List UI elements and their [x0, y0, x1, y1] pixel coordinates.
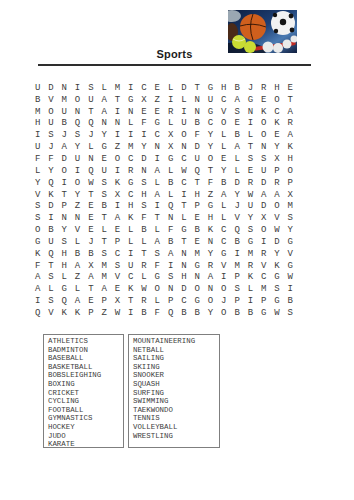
grid-cell-r13c13: B [191, 224, 204, 236]
word-item: SAILING [133, 354, 219, 363]
grid-cell-r16c16: M [230, 260, 243, 272]
grid-cell-r19c14: O [204, 295, 217, 307]
grid-cell-r2c4: O [71, 94, 84, 106]
grid-cell-r10c20: X [284, 189, 297, 201]
grid-cell-r17c6: M [97, 272, 110, 284]
grid-cell-r12c2: I [44, 212, 57, 224]
basketball-icon [240, 14, 266, 40]
grid-cell-r12c5: E [84, 212, 97, 224]
grid-cell-r17c2: S [44, 272, 57, 284]
grid-cell-r9c13: T [191, 177, 204, 189]
grid-cell-r9c4: O [71, 177, 84, 189]
grid-cell-r16c10: F [151, 260, 164, 272]
grid-cell-r17c20: W [284, 272, 297, 284]
grid-cell-r3c16: S [230, 106, 243, 118]
grid-cell-r7c14: O [204, 153, 217, 165]
grid-cell-r13c5: E [84, 224, 97, 236]
grid-cell-r9c1: Y [31, 177, 44, 189]
grid-cell-r13c17: S [244, 224, 257, 236]
grid-cell-r20c15: O [217, 307, 230, 319]
grid-cell-r4c15: O [217, 118, 230, 130]
grid-cell-r2c1: B [31, 94, 44, 106]
grid-cell-r19c9: R [137, 295, 150, 307]
grid-cell-r12c7: A [111, 212, 124, 224]
grid-cell-r1c8: I [124, 82, 137, 94]
grid-cell-r2c5: U [84, 94, 97, 106]
grid-cell-r10c7: X [111, 189, 124, 201]
grid-cell-r1c15: H [217, 82, 230, 94]
grid-cell-r12c18: X [257, 212, 270, 224]
grid-cell-r19c3: Q [58, 295, 71, 307]
grid-cell-r8c6: U [97, 165, 110, 177]
grid-cell-r17c16: P [230, 272, 243, 284]
grid-cell-r1c11: L [164, 82, 177, 94]
grid-cell-r8c16: L [230, 165, 243, 177]
grid-cell-r11c8: H [124, 200, 137, 212]
grid-cell-r3c7: I [111, 106, 124, 118]
grid-cell-r11c19: O [270, 200, 283, 212]
grid-cell-r5c15: L [217, 129, 230, 141]
soccer-patch [289, 14, 294, 19]
grid-cell-r6c19: Y [270, 141, 283, 153]
grid-cell-r10c4: Y [71, 189, 84, 201]
grid-cell-r15c7: C [111, 248, 124, 260]
grid-cell-r8c11: L [164, 165, 177, 177]
grid-cell-r5c8: I [124, 129, 137, 141]
grid-cell-r2c11: I [164, 94, 177, 106]
grid-cell-r6c14: Y [204, 141, 217, 153]
grid-cell-r14c4: L [71, 236, 84, 248]
grid-cell-r18c10: O [151, 283, 164, 295]
grid-cell-r19c2: S [44, 295, 57, 307]
grid-cell-r11c1: S [31, 200, 44, 212]
grid-cell-r18c4: L [71, 283, 84, 295]
grid-cell-r10c18: A [257, 189, 270, 201]
grid-cell-r11c12: T [177, 200, 190, 212]
grid-cell-r6c7: Z [111, 141, 124, 153]
grid-cell-r7c15: E [217, 153, 230, 165]
word-item: SURFING [133, 389, 219, 398]
soccer-patch [290, 28, 295, 33]
grid-cell-r13c15: C [217, 224, 230, 236]
grid-cell-r5c16: B [230, 129, 243, 141]
grid-cell-r1c19: H [270, 82, 283, 94]
word-item: SNOOKER [133, 371, 219, 380]
grid-cell-r4c11: L [164, 118, 177, 130]
grid-cell-r16c4: A [71, 260, 84, 272]
grid-cell-r2c3: M [58, 94, 71, 106]
grid-cell-r3c6: A [97, 106, 110, 118]
grid-cell-r6c4: Y [71, 141, 84, 153]
grid-cell-r6c17: T [244, 141, 257, 153]
grid-cell-r1c9: C [137, 82, 150, 94]
grid-cell-r2c14: U [204, 94, 217, 106]
grid-cell-r7c9: D [137, 153, 150, 165]
grid-cell-r19c11: P [164, 295, 177, 307]
grid-cell-r1c4: I [71, 82, 84, 94]
grid-cell-r9c19: R [270, 177, 283, 189]
grid-cell-r20c8: I [124, 307, 137, 319]
grid-cell-r17c13: N [191, 272, 204, 284]
grid-cell-r4c13: B [191, 118, 204, 130]
grid-cell-r8c3: O [58, 165, 71, 177]
grid-cell-r16c7: S [111, 260, 124, 272]
grid-cell-r5c12: O [177, 129, 190, 141]
grid-cell-r20c18: G [257, 307, 270, 319]
grid-cell-r2c17: G [244, 94, 257, 106]
grid-cell-r14c15: C [217, 236, 230, 248]
grid-cell-r19c1: I [31, 295, 44, 307]
grid-cell-r10c11: L [164, 189, 177, 201]
grid-cell-r19c20: B [284, 295, 297, 307]
grid-cell-r14c2: U [44, 236, 57, 248]
word-item: BASEBALL [48, 354, 123, 363]
grid-cell-r3c14: G [204, 106, 217, 118]
grid-cell-r4c6: N [97, 118, 110, 130]
grid-cell-r11c4: Z [71, 200, 84, 212]
grid-cell-r7c3: D [58, 153, 71, 165]
grid-cell-r18c12: D [177, 283, 190, 295]
word-item: VOLLEYBALL [133, 423, 219, 432]
grid-cell-r15c17: M [244, 248, 257, 260]
grid-cell-r5c9: I [137, 129, 150, 141]
grid-cell-r9c9: S [137, 177, 150, 189]
grid-cell-r17c5: A [84, 272, 97, 284]
grid-cell-r20c1: Q [31, 307, 44, 319]
grid-cell-r8c10: A [151, 165, 164, 177]
grid-cell-r2c9: X [137, 94, 150, 106]
grid-cell-r15c3: H [58, 248, 71, 260]
grid-cell-r9c12: C [177, 177, 190, 189]
word-item: TENNIS [133, 414, 219, 423]
grid-cell-r18c20: I [284, 283, 297, 295]
grid-cell-r15c18: R [257, 248, 270, 260]
grid-cell-r6c5: L [84, 141, 97, 153]
grid-cell-r6c3: A [58, 141, 71, 153]
word-item: BOXING [48, 380, 123, 389]
grid-cell-r3c8: N [124, 106, 137, 118]
grid-cell-r2c19: O [270, 94, 283, 106]
grid-cell-r9c17: R [244, 177, 257, 189]
grid-cell-r9c15: B [217, 177, 230, 189]
grid-cell-r13c16: Q [230, 224, 243, 236]
grid-cell-r7c17: S [244, 153, 257, 165]
grid-cell-r18c8: K [124, 283, 137, 295]
word-item: ATHLETICS [48, 337, 123, 346]
grid-cell-r2c18: E [257, 94, 270, 106]
grid-cell-r14c7: P [111, 236, 124, 248]
grid-cell-r6c16: A [230, 141, 243, 153]
grid-cell-r6c10: N [151, 141, 164, 153]
grid-cell-r11c18: D [257, 200, 270, 212]
grid-cell-r4c8: L [124, 118, 137, 130]
grid-cell-r4c19: K [270, 118, 283, 130]
grid-cell-r3c18: K [257, 106, 270, 118]
grid-cell-r7c1: F [31, 153, 44, 165]
grid-cell-r12c10: T [151, 212, 164, 224]
grid-cell-r10c13: H [191, 189, 204, 201]
soccer-patch [273, 13, 277, 17]
grid-cell-r8c4: I [71, 165, 84, 177]
grid-cell-r1c1: U [31, 82, 44, 94]
grid-cell-r5c4: S [71, 129, 84, 141]
grid-cell-r2c15: C [217, 94, 230, 106]
grid-cell-r18c18: M [257, 283, 270, 295]
grid-cell-r11c11: Q [164, 200, 177, 212]
grid-cell-r18c7: E [111, 283, 124, 295]
grid-cell-r14c18: I [257, 236, 270, 248]
grid-cell-r8c17: E [244, 165, 257, 177]
grid-cell-r2c13: N [191, 94, 204, 106]
grid-cell-r13c2: B [44, 224, 57, 236]
grid-cell-r19c17: I [244, 295, 257, 307]
grid-cell-r3c4: N [71, 106, 84, 118]
grid-cell-r11c15: L [217, 200, 230, 212]
word-item: SQUASH [133, 380, 219, 389]
grid-cell-r15c5: B [84, 248, 97, 260]
grid-cell-r15c1: K [31, 248, 44, 260]
word-item: GYMNASTICS [48, 414, 123, 423]
grid-cell-r5c3: J [58, 129, 71, 141]
grid-cell-r4c12: U [177, 118, 190, 130]
grid-cell-r8c9: N [137, 165, 150, 177]
grid-cell-r18c14: N [204, 283, 217, 295]
grid-cell-r7c18: S [257, 153, 270, 165]
grid-cell-r8c20: O [284, 165, 297, 177]
grid-cell-r1c10: E [151, 82, 164, 94]
grid-cell-r5c13: F [191, 129, 204, 141]
word-item: SKIING [133, 363, 219, 372]
grid-cell-r16c20: G [284, 260, 297, 272]
grid-cell-r17c17: K [244, 272, 257, 284]
grid-cell-r18c17: L [244, 283, 257, 295]
grid-cell-r10c3: T [58, 189, 71, 201]
word-item: BADMINTON [48, 346, 123, 355]
grid-cell-r13c3: Y [58, 224, 71, 236]
grid-cell-r15c16: I [230, 248, 243, 260]
soccer-patch [280, 19, 286, 25]
grid-cell-r12c1: S [31, 212, 44, 224]
grid-cell-r20c19: W [270, 307, 283, 319]
grid-cell-r19c6: P [97, 295, 110, 307]
grid-cell-r20c17: B [244, 307, 257, 319]
grid-cell-r4c10: G [151, 118, 164, 130]
grid-cell-r14c20: G [284, 236, 297, 248]
grid-cell-r16c19: K [270, 260, 283, 272]
grid-cell-r4c20: R [284, 118, 297, 130]
grid-cell-r17c18: C [257, 272, 270, 284]
grid-cell-r17c11: S [164, 272, 177, 284]
grid-cell-r11c6: B [97, 200, 110, 212]
grid-cell-r19c4: A [71, 295, 84, 307]
grid-cell-r3c11: R [164, 106, 177, 118]
grid-cell-r2c10: Z [151, 94, 164, 106]
grid-cell-r10c5: T [84, 189, 97, 201]
grid-cell-r6c18: N [257, 141, 270, 153]
grid-cell-r17c1: A [31, 272, 44, 284]
grid-cell-r13c14: K [204, 224, 217, 236]
grid-cell-r20c6: Z [97, 307, 110, 319]
word-item: BASKETBALL [48, 363, 123, 372]
grid-cell-r4c4: Q [71, 118, 84, 130]
soccer-patch [274, 29, 278, 33]
grid-cell-r14c19: D [270, 236, 283, 248]
grid-cell-r13c8: L [124, 224, 137, 236]
grid-cell-r5c14: Y [204, 129, 217, 141]
grid-cell-r7c10: I [151, 153, 164, 165]
grid-cell-r6c1: U [31, 141, 44, 153]
grid-cell-r15c10: S [151, 248, 164, 260]
grid-cell-r8c5: Q [84, 165, 97, 177]
word-item: BOBSLEIGHING [48, 371, 123, 380]
grid-cell-r15c14: Y [204, 248, 217, 260]
grid-cell-r2c8: G [124, 94, 137, 106]
grid-cell-r11c16: J [230, 200, 243, 212]
grid-cell-r10c15: A [217, 189, 230, 201]
word-list-right-column: MOUNTAINEERINGNETBALLSAILINGSKIINGSNOOKE… [128, 334, 220, 448]
grid-cell-r13c4: V [71, 224, 84, 236]
grid-cell-r18c3: G [58, 283, 71, 295]
grid-cell-r3c3: U [58, 106, 71, 118]
grid-cell-r1c14: G [204, 82, 217, 94]
grid-cell-r8c2: Y [44, 165, 57, 177]
grid-cell-r8c14: T [204, 165, 217, 177]
grid-cell-r12c9: F [137, 212, 150, 224]
grid-cell-r19c18: P [257, 295, 270, 307]
grid-cell-r20c2: V [44, 307, 57, 319]
grid-cell-r13c6: L [97, 224, 110, 236]
grid-cell-r9c10: L [151, 177, 164, 189]
grid-cell-r17c12: H [177, 272, 190, 284]
grid-cell-r11c14: G [204, 200, 217, 212]
grid-cell-r17c3: L [58, 272, 71, 284]
grid-cell-r4c14: C [204, 118, 217, 130]
grid-cell-r2c16: A [230, 94, 243, 106]
grid-cell-r7c4: U [71, 153, 84, 165]
grid-cell-r12c12: L [177, 212, 190, 224]
word-item: JUDO [48, 432, 123, 441]
grid-cell-r4c3: B [58, 118, 71, 130]
grid-cell-r12c17: Y [244, 212, 257, 224]
grid-cell-r15c11: A [164, 248, 177, 260]
title-underline [38, 64, 311, 66]
grid-cell-r16c5: X [84, 260, 97, 272]
word-item: MOUNTAINEERING [133, 337, 219, 346]
word-item: CYCLING [48, 397, 123, 406]
grid-cell-r11c10: I [151, 200, 164, 212]
grid-cell-r14c10: A [151, 236, 164, 248]
grid-cell-r6c6: G [97, 141, 110, 153]
grid-cell-r2c20: T [284, 94, 297, 106]
grid-cell-r11c5: E [84, 200, 97, 212]
grid-cell-r6c20: K [284, 141, 297, 153]
grid-cell-r12c4: N [71, 212, 84, 224]
grid-cell-r13c12: G [177, 224, 190, 236]
grid-cell-r5c17: L [244, 129, 257, 141]
grid-cell-r14c11: B [164, 236, 177, 248]
grid-cell-r11c3: P [58, 200, 71, 212]
grid-cell-r13c9: B [137, 224, 150, 236]
grid-cell-r18c1: A [31, 283, 44, 295]
grid-cell-r6c2: J [44, 141, 57, 153]
grid-cell-r3c13: N [191, 106, 204, 118]
grid-cell-r18c16: S [230, 283, 243, 295]
word-search-grid: UDNISLMICELDTGHBJRHEBVMOUATGXZILNUCAGEOT… [31, 82, 297, 319]
grid-cell-r8c15: Y [217, 165, 230, 177]
grid-cell-r2c7: T [111, 94, 124, 106]
grid-cell-r6c12: N [177, 141, 190, 153]
grid-cell-r18c6: A [97, 283, 110, 295]
word-item: NETBALL [133, 346, 219, 355]
grid-cell-r3c2: O [44, 106, 57, 118]
grid-cell-r3c10: E [151, 106, 164, 118]
grid-cell-r4c2: U [44, 118, 57, 130]
grid-cell-r5c18: O [257, 129, 270, 141]
grid-cell-r7c12: C [177, 153, 190, 165]
grid-cell-r14c8: L [124, 236, 137, 248]
grid-cell-r3c20: A [284, 106, 297, 118]
word-item: FOOTBALL [48, 406, 123, 415]
grid-cell-r16c9: R [137, 260, 150, 272]
grid-cell-r4c18: O [257, 118, 270, 130]
grid-cell-r10c19: A [270, 189, 283, 201]
grid-cell-r14c16: B [230, 236, 243, 248]
word-item: SWIMMING [133, 397, 219, 406]
grid-cell-r9c20: P [284, 177, 297, 189]
grid-cell-r12c13: E [191, 212, 204, 224]
grid-cell-r9c3: I [58, 177, 71, 189]
grid-cell-r17c9: L [137, 272, 150, 284]
grid-cell-r17c7: V [111, 272, 124, 284]
grid-cell-r15c19: Y [270, 248, 283, 260]
grid-cell-r5c10: C [151, 129, 164, 141]
grid-cell-r19c12: C [177, 295, 190, 307]
grid-cell-r14c14: N [204, 236, 217, 248]
grid-cell-r13c11: F [164, 224, 177, 236]
grid-cell-r11c2: D [44, 200, 57, 212]
grid-cell-r10c8: C [124, 189, 137, 201]
grid-cell-r6c11: X [164, 141, 177, 153]
grid-cell-r14c9: L [137, 236, 150, 248]
grid-cell-r1c5: S [84, 82, 97, 94]
grid-cell-r9c5: W [84, 177, 97, 189]
grid-cell-r15c20: V [284, 248, 297, 260]
grid-cell-r18c15: O [217, 283, 230, 295]
grid-cell-r18c19: S [270, 283, 283, 295]
grid-cell-r14c13: E [191, 236, 204, 248]
grid-cell-r18c13: O [191, 283, 204, 295]
grid-cell-r8c12: W [177, 165, 190, 177]
grid-cell-r16c18: V [257, 260, 270, 272]
grid-cell-r9c14: F [204, 177, 217, 189]
grid-cell-r18c9: W [137, 283, 150, 295]
grid-cell-r9c8: G [124, 177, 137, 189]
grid-cell-r4c9: F [137, 118, 150, 130]
grid-cell-r5c6: Y [97, 129, 110, 141]
grid-cell-r16c13: G [191, 260, 204, 272]
grid-cell-r14c5: J [84, 236, 97, 248]
grid-cell-r9c6: S [97, 177, 110, 189]
grid-cell-r16c14: R [204, 260, 217, 272]
grid-cell-r20c7: W [111, 307, 124, 319]
grid-cell-r5c5: J [84, 129, 97, 141]
grid-cell-r13c20: Y [284, 224, 297, 236]
grid-cell-r10c12: I [177, 189, 190, 201]
grid-cell-r3c1: M [31, 106, 44, 118]
grid-cell-r19c15: J [217, 295, 230, 307]
grid-cell-r11c17: U [244, 200, 257, 212]
grid-cell-r12c11: N [164, 212, 177, 224]
